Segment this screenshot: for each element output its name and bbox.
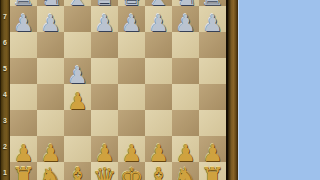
side-panel	[238, 0, 320, 180]
rank-label-3: 3	[0, 107, 10, 133]
square-d7[interactable]: ♟	[91, 6, 118, 32]
square-e7[interactable]: ♟	[118, 6, 145, 32]
square-e3[interactable]	[118, 110, 145, 136]
square-h5[interactable]	[199, 58, 226, 84]
square-g3[interactable]	[172, 110, 199, 136]
square-a5[interactable]	[10, 58, 37, 84]
piece-white-pawn-c4[interactable]: ♟	[67, 90, 88, 113]
piece-black-pawn-a7[interactable]: ♟	[13, 12, 34, 35]
square-d2[interactable]: ♟	[91, 136, 118, 162]
square-h1[interactable]: ♜	[199, 162, 226, 180]
square-b7[interactable]: ♟	[37, 6, 64, 32]
piece-black-rook-a8[interactable]: ♜	[11, 0, 35, 9]
piece-black-king-e8[interactable]: ♚	[119, 0, 143, 9]
square-f3[interactable]	[145, 110, 172, 136]
square-f7[interactable]: ♟	[145, 6, 172, 32]
square-a4[interactable]	[10, 84, 37, 110]
square-e4[interactable]	[118, 84, 145, 110]
square-e2[interactable]: ♟	[118, 136, 145, 162]
chess-board[interactable]: ♜♞♝♛♚♝♞♜♟♟♟♟♟♟♟♟♟♟♟♟♟♟♟♟♜♞♝♛♚♝♞♜	[10, 0, 226, 180]
piece-black-pawn-h7[interactable]: ♟	[202, 12, 223, 35]
piece-black-knight-g8[interactable]: ♞	[173, 0, 197, 9]
square-h8[interactable]: ♜	[199, 0, 226, 6]
square-a8[interactable]: ♜	[10, 0, 37, 6]
piece-black-bishop-f8[interactable]: ♝	[146, 0, 170, 9]
piece-white-knight-b1[interactable]: ♞	[38, 164, 62, 180]
square-f4[interactable]	[145, 84, 172, 110]
piece-black-pawn-d7[interactable]: ♟	[94, 12, 115, 35]
square-c4[interactable]: ♟	[64, 84, 91, 110]
piece-black-pawn-g7[interactable]: ♟	[175, 12, 196, 35]
square-g1[interactable]: ♞	[172, 162, 199, 180]
piece-white-bishop-c1[interactable]: ♝	[65, 164, 89, 180]
piece-white-rook-h1[interactable]: ♜	[200, 164, 224, 180]
square-a7[interactable]: ♟	[10, 6, 37, 32]
square-c8[interactable]: ♝	[64, 0, 91, 6]
square-b4[interactable]	[37, 84, 64, 110]
rank-label-strip: 7654321	[0, 0, 10, 180]
board-wood-frame	[226, 0, 238, 180]
piece-black-pawn-e7[interactable]: ♟	[121, 12, 142, 35]
piece-white-bishop-f1[interactable]: ♝	[146, 164, 170, 180]
square-a3[interactable]	[10, 110, 37, 136]
square-d1[interactable]: ♛	[91, 162, 118, 180]
square-g7[interactable]: ♟	[172, 6, 199, 32]
square-g2[interactable]: ♟	[172, 136, 199, 162]
rank-label-6: 6	[0, 29, 10, 55]
square-a2[interactable]: ♟	[10, 136, 37, 162]
rank-label-5: 5	[0, 55, 10, 81]
piece-white-rook-a1[interactable]: ♜	[11, 164, 35, 180]
square-b8[interactable]: ♞	[37, 0, 64, 6]
piece-black-bishop-c8[interactable]: ♝	[65, 0, 89, 9]
piece-black-queen-d8[interactable]: ♛	[92, 0, 116, 9]
square-h3[interactable]	[199, 110, 226, 136]
piece-black-pawn-f7[interactable]: ♟	[148, 12, 169, 35]
chess-app-window: 7654321 ♜♞♝♛♚♝♞♜♟♟♟♟♟♟♟♟♟♟♟♟♟♟♟♟♜♞♝♛♚♝♞♜	[0, 0, 320, 180]
square-g4[interactable]	[172, 84, 199, 110]
rank-label-2: 2	[0, 133, 10, 159]
square-g8[interactable]: ♞	[172, 0, 199, 6]
square-b1[interactable]: ♞	[37, 162, 64, 180]
square-f5[interactable]	[145, 58, 172, 84]
piece-black-rook-h8[interactable]: ♜	[200, 0, 224, 9]
square-d8[interactable]: ♛	[91, 0, 118, 6]
piece-black-pawn-b7[interactable]: ♟	[40, 12, 61, 35]
square-f2[interactable]: ♟	[145, 136, 172, 162]
piece-white-knight-g1[interactable]: ♞	[173, 164, 197, 180]
square-c1[interactable]: ♝	[64, 162, 91, 180]
square-d5[interactable]	[91, 58, 118, 84]
piece-black-knight-b8[interactable]: ♞	[38, 0, 62, 9]
square-b5[interactable]	[37, 58, 64, 84]
rank-label-4: 4	[0, 81, 10, 107]
square-c2[interactable]	[64, 136, 91, 162]
square-d3[interactable]	[91, 110, 118, 136]
square-g5[interactable]	[172, 58, 199, 84]
square-d4[interactable]	[91, 84, 118, 110]
piece-white-king-e1[interactable]: ♚	[119, 164, 143, 180]
piece-black-pawn-c5[interactable]: ♟	[67, 64, 88, 87]
square-e8[interactable]: ♚	[118, 0, 145, 6]
square-e5[interactable]	[118, 58, 145, 84]
square-c5[interactable]: ♟	[64, 58, 91, 84]
square-h7[interactable]: ♟	[199, 6, 226, 32]
square-b3[interactable]	[37, 110, 64, 136]
square-e1[interactable]: ♚	[118, 162, 145, 180]
square-f8[interactable]: ♝	[145, 0, 172, 6]
square-c6[interactable]	[64, 32, 91, 58]
square-b2[interactable]: ♟	[37, 136, 64, 162]
rank-label-7: 7	[0, 3, 10, 29]
square-h2[interactable]: ♟	[199, 136, 226, 162]
square-a1[interactable]: ♜	[10, 162, 37, 180]
square-h4[interactable]	[199, 84, 226, 110]
rank-label-1: 1	[0, 159, 10, 180]
piece-white-queen-d1[interactable]: ♛	[92, 164, 116, 180]
square-f1[interactable]: ♝	[145, 162, 172, 180]
